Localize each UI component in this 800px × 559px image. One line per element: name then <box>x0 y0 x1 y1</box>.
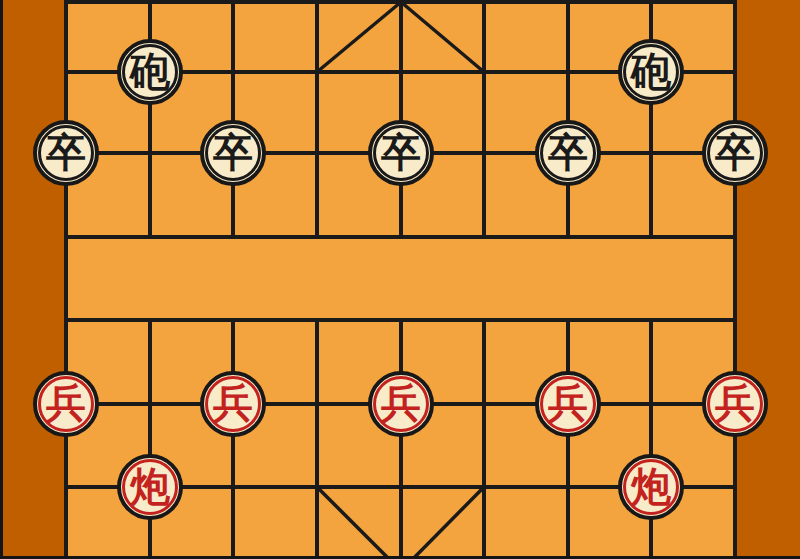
piece-red-soldier-g7[interactable]: 兵 <box>535 371 601 437</box>
piece-red-soldier-c7[interactable]: 兵 <box>200 371 266 437</box>
piece-glyph: 砲 <box>130 51 170 91</box>
piece-glyph: 卒 <box>46 132 86 172</box>
piece-black-soldier-i4[interactable]: 卒 <box>702 120 768 186</box>
piece-glyph: 兵 <box>213 383 253 423</box>
piece-black-cannon-b3[interactable]: 砲 <box>117 39 183 105</box>
piece-black-soldier-a4[interactable]: 卒 <box>33 120 99 186</box>
pieces-layer[interactable]: 砲砲卒卒卒卒卒兵兵兵兵兵炮炮 <box>0 0 800 559</box>
piece-glyph: 卒 <box>213 132 253 172</box>
piece-glyph: 兵 <box>46 383 86 423</box>
piece-black-cannon-h3[interactable]: 砲 <box>618 39 684 105</box>
piece-glyph: 兵 <box>381 383 421 423</box>
piece-glyph: 卒 <box>715 132 755 172</box>
piece-black-soldier-e4[interactable]: 卒 <box>368 120 434 186</box>
piece-red-soldier-i7[interactable]: 兵 <box>702 371 768 437</box>
piece-red-soldier-e7[interactable]: 兵 <box>368 371 434 437</box>
piece-glyph: 兵 <box>548 383 588 423</box>
piece-glyph: 兵 <box>715 383 755 423</box>
piece-red-soldier-a7[interactable]: 兵 <box>33 371 99 437</box>
xiangqi-board-screenshot: 砲砲卒卒卒卒卒兵兵兵兵兵炮炮 <box>0 0 800 559</box>
piece-red-cannon-b8[interactable]: 炮 <box>117 454 183 520</box>
piece-glyph: 卒 <box>381 132 421 172</box>
piece-glyph: 卒 <box>548 132 588 172</box>
piece-glyph: 炮 <box>130 466 170 506</box>
piece-glyph: 砲 <box>631 51 671 91</box>
piece-red-cannon-h8[interactable]: 炮 <box>618 454 684 520</box>
piece-glyph: 炮 <box>631 466 671 506</box>
piece-black-soldier-g4[interactable]: 卒 <box>535 120 601 186</box>
piece-black-soldier-c4[interactable]: 卒 <box>200 120 266 186</box>
